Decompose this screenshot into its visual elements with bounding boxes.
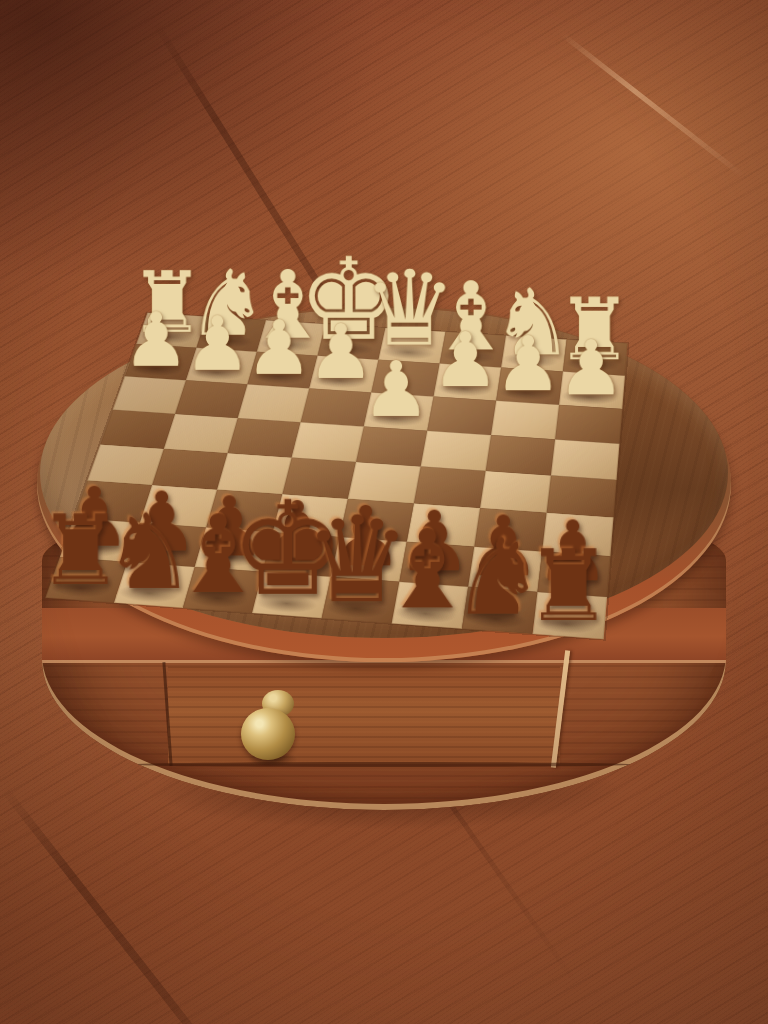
piece-white-pawn-d3[interactable]: ♟ [361,351,430,428]
square-a2[interactable]: ♟ [559,372,625,409]
square-b4[interactable] [486,435,555,475]
square-g4[interactable] [164,414,238,453]
square-d3[interactable]: ♟ [364,393,434,431]
piece-white-pawn-g2[interactable]: ♟ [184,307,251,382]
chess-board: ♜♞♝♚♛♝♞♜♟♟♟♟♟♟♟♟♟♟♟♟♟♟♟♟♜♞♝♚♛♝♞♜ [45,313,627,639]
square-h4[interactable] [100,410,175,449]
square-b3[interactable] [491,401,559,440]
square-h3[interactable] [113,376,186,414]
photo-scene: ♜♞♝♚♛♝♞♜♟♟♟♟♟♟♟♟♟♟♟♟♟♟♟♟♜♞♝♚♛♝♞♜ [0,0,768,1024]
square-f4[interactable] [228,418,301,457]
piece-white-pawn-b2[interactable]: ♟ [494,326,562,402]
square-g3[interactable] [175,380,247,418]
piece-white-pawn-a2[interactable]: ♟ [557,330,625,406]
piece-black-rook-a8[interactable]: ♜ [524,537,612,635]
drawer-bottom-groove [132,762,632,767]
square-a8[interactable]: ♜ [533,592,607,639]
board-perspective-wrap: ♜♞♝♚♛♝♞♜♟♟♟♟♟♟♟♟♟♟♟♟♟♟♟♟♜♞♝♚♛♝♞♜ [96,202,616,722]
square-e3[interactable] [301,388,372,426]
square-d4[interactable] [356,427,427,467]
square-f3[interactable] [238,384,310,422]
square-c2[interactable]: ♟ [434,364,502,401]
square-a4[interactable] [551,439,620,479]
square-e4[interactable] [292,422,364,462]
square-a3[interactable] [555,405,622,444]
piece-white-pawn-f2[interactable]: ♟ [245,311,312,386]
drawer-knob[interactable] [241,708,295,760]
piece-white-pawn-h2[interactable]: ♟ [122,303,189,377]
square-b2[interactable]: ♟ [496,368,563,405]
square-c3[interactable] [427,397,496,436]
piece-white-pawn-c2[interactable]: ♟ [431,322,499,397]
square-c4[interactable] [421,431,491,471]
